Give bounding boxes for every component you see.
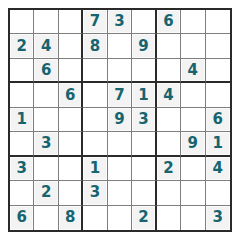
cell-r6c6[interactable]	[132, 132, 156, 156]
cell-r2c8[interactable]	[181, 34, 205, 58]
cell-r5c7[interactable]	[157, 108, 181, 132]
cell-r4c1[interactable]	[10, 83, 34, 107]
cell-r7c5[interactable]	[108, 157, 132, 181]
cell-r7c6[interactable]	[132, 157, 156, 181]
cell-r9c9[interactable]: 3	[206, 206, 230, 230]
cell-r8c5[interactable]	[108, 181, 132, 205]
cell-r8c2[interactable]: 2	[34, 181, 58, 205]
cell-r8c4[interactable]: 3	[83, 181, 107, 205]
cell-r1c5[interactable]: 3	[108, 10, 132, 34]
cell-r3c9[interactable]	[206, 59, 230, 83]
cell-r2c7[interactable]	[157, 34, 181, 58]
cell-r4c8[interactable]	[181, 83, 205, 107]
cell-r2c5[interactable]	[108, 34, 132, 58]
cell-r2c2[interactable]: 4	[34, 34, 58, 58]
cell-r9c2[interactable]	[34, 206, 58, 230]
cell-r1c9[interactable]	[206, 10, 230, 34]
cell-r2c4[interactable]: 8	[83, 34, 107, 58]
cell-r8c6[interactable]	[132, 181, 156, 205]
cell-r9c8[interactable]	[181, 206, 205, 230]
cell-r4c7[interactable]: 4	[157, 83, 181, 107]
cell-r3c4[interactable]	[83, 59, 107, 83]
cell-r5c2[interactable]	[34, 108, 58, 132]
cell-r5c9[interactable]: 6	[206, 108, 230, 132]
cell-r9c5[interactable]	[108, 206, 132, 230]
sudoku-board-container: 736248964671419363913124236823	[8, 8, 232, 232]
cell-r1c3[interactable]	[59, 10, 83, 34]
cell-r6c3[interactable]	[59, 132, 83, 156]
cell-r3c2[interactable]: 6	[34, 59, 58, 83]
cell-r6c8[interactable]: 9	[181, 132, 205, 156]
cell-r6c7[interactable]	[157, 132, 181, 156]
cell-r4c4[interactable]	[83, 83, 107, 107]
cell-r2c3[interactable]	[59, 34, 83, 58]
cell-r5c4[interactable]	[83, 108, 107, 132]
cell-r1c2[interactable]	[34, 10, 58, 34]
cell-r9c6[interactable]: 2	[132, 206, 156, 230]
cell-r3c1[interactable]	[10, 59, 34, 83]
cell-r7c2[interactable]	[34, 157, 58, 181]
cell-r7c7[interactable]: 2	[157, 157, 181, 181]
sudoku-board: 736248964671419363913124236823	[8, 8, 232, 232]
cell-r8c7[interactable]	[157, 181, 181, 205]
cell-r2c9[interactable]	[206, 34, 230, 58]
cell-r5c3[interactable]	[59, 108, 83, 132]
cell-r7c8[interactable]	[181, 157, 205, 181]
cell-r7c4[interactable]: 1	[83, 157, 107, 181]
cell-r6c1[interactable]	[10, 132, 34, 156]
cell-r3c5[interactable]	[108, 59, 132, 83]
cell-r5c8[interactable]	[181, 108, 205, 132]
cell-r5c6[interactable]: 3	[132, 108, 156, 132]
cell-r1c8[interactable]	[181, 10, 205, 34]
cell-r6c9[interactable]: 1	[206, 132, 230, 156]
cell-r6c5[interactable]	[108, 132, 132, 156]
cell-r9c7[interactable]	[157, 206, 181, 230]
cell-r6c2[interactable]: 3	[34, 132, 58, 156]
cell-r4c3[interactable]: 6	[59, 83, 83, 107]
cell-r8c9[interactable]	[206, 181, 230, 205]
cell-r5c1[interactable]: 1	[10, 108, 34, 132]
cell-r3c8[interactable]: 4	[181, 59, 205, 83]
cell-r1c7[interactable]: 6	[157, 10, 181, 34]
cell-r6c4[interactable]	[83, 132, 107, 156]
cell-r3c7[interactable]	[157, 59, 181, 83]
cell-r8c8[interactable]	[181, 181, 205, 205]
cell-r1c4[interactable]: 7	[83, 10, 107, 34]
cell-r2c6[interactable]: 9	[132, 34, 156, 58]
cell-r9c1[interactable]: 6	[10, 206, 34, 230]
cell-r3c6[interactable]	[132, 59, 156, 83]
cell-r8c1[interactable]	[10, 181, 34, 205]
cell-r4c9[interactable]	[206, 83, 230, 107]
cell-r1c1[interactable]	[10, 10, 34, 34]
cell-r5c5[interactable]: 9	[108, 108, 132, 132]
cell-r7c9[interactable]: 4	[206, 157, 230, 181]
cell-r4c5[interactable]: 7	[108, 83, 132, 107]
cell-r7c3[interactable]	[59, 157, 83, 181]
cell-r1c6[interactable]	[132, 10, 156, 34]
cell-r8c3[interactable]	[59, 181, 83, 205]
cell-r7c1[interactable]: 3	[10, 157, 34, 181]
cell-r3c3[interactable]	[59, 59, 83, 83]
cell-r4c6[interactable]: 1	[132, 83, 156, 107]
cell-r2c1[interactable]: 2	[10, 34, 34, 58]
cell-r9c4[interactable]	[83, 206, 107, 230]
cell-r9c3[interactable]: 8	[59, 206, 83, 230]
cell-r4c2[interactable]	[34, 83, 58, 107]
